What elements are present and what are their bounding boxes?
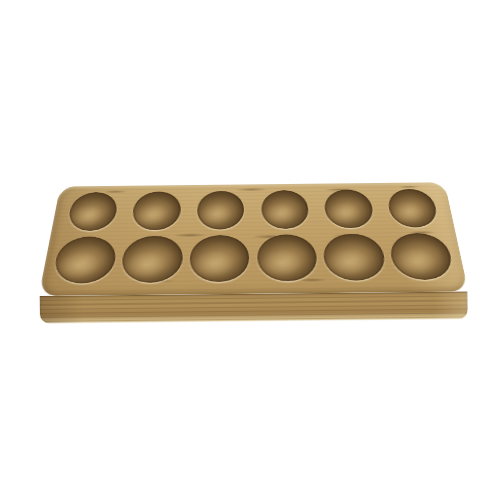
board-top-face xyxy=(39,182,469,296)
pit-grid xyxy=(47,185,460,286)
pit-bottom-4[interactable] xyxy=(257,234,319,281)
pit-top-3[interactable] xyxy=(196,191,244,230)
pit-top-2[interactable] xyxy=(131,191,182,230)
pit-bottom-1[interactable] xyxy=(51,236,118,283)
photo-background xyxy=(0,0,500,500)
pit-cell xyxy=(377,185,449,231)
pit-cell xyxy=(47,234,122,285)
pit-cell xyxy=(122,188,190,235)
pit-cell xyxy=(252,186,318,233)
pit-cell xyxy=(116,234,188,285)
wood-knot xyxy=(125,278,182,284)
pit-cell xyxy=(185,233,254,284)
pit-top-1[interactable] xyxy=(66,192,119,231)
pit-cell xyxy=(384,231,460,282)
pit-top-4[interactable] xyxy=(261,190,310,229)
pit-cell xyxy=(315,186,384,233)
pit-top-6[interactable] xyxy=(386,189,440,228)
pit-cell xyxy=(57,188,128,235)
pit-cell xyxy=(253,232,322,283)
pit-bottom-5[interactable] xyxy=(322,233,387,280)
pit-bottom-3[interactable] xyxy=(189,235,250,282)
board-front-face xyxy=(40,291,468,323)
pit-bottom-6[interactable] xyxy=(388,233,456,280)
wood-knot xyxy=(292,278,332,283)
pit-bottom-2[interactable] xyxy=(120,236,184,283)
wood-knot xyxy=(217,262,231,266)
pit-top-5[interactable] xyxy=(323,189,375,228)
pit-cell xyxy=(188,187,253,234)
mancala-board xyxy=(39,182,469,296)
pit-cell xyxy=(318,231,391,282)
